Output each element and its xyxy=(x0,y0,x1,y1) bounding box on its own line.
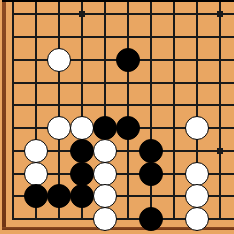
grid-hline xyxy=(12,82,234,84)
black-stone xyxy=(139,162,163,186)
grid-vline xyxy=(150,2,152,221)
star-point xyxy=(217,148,223,154)
white-stone xyxy=(24,139,48,163)
board-left-edge-stripe xyxy=(2,2,6,230)
grid-vline xyxy=(173,2,175,221)
grid-hline xyxy=(12,104,234,106)
black-stone xyxy=(139,139,163,163)
grid-hline xyxy=(12,13,234,15)
grid-vline xyxy=(219,2,221,221)
black-stone xyxy=(70,139,94,163)
black-stone xyxy=(116,48,140,72)
white-stone xyxy=(185,162,209,186)
white-stone xyxy=(47,48,71,72)
white-stone xyxy=(185,116,209,140)
black-stone xyxy=(24,184,48,208)
white-stone xyxy=(93,162,117,186)
white-stone xyxy=(70,116,94,140)
white-stone xyxy=(93,184,117,208)
grid-hline xyxy=(12,36,234,38)
go-board xyxy=(0,0,234,234)
white-stone xyxy=(93,139,117,163)
board-top-frame-line xyxy=(2,0,234,2)
grid-vline xyxy=(12,2,14,221)
black-stone xyxy=(116,116,140,140)
black-stone xyxy=(47,184,71,208)
star-point xyxy=(217,11,223,17)
white-stone xyxy=(24,162,48,186)
star-point xyxy=(79,11,85,17)
black-stone xyxy=(70,184,94,208)
white-stone xyxy=(47,116,71,140)
black-stone xyxy=(70,162,94,186)
black-stone xyxy=(139,207,163,231)
white-stone xyxy=(185,184,209,208)
black-stone xyxy=(93,116,117,140)
grid-vline xyxy=(127,2,129,221)
white-stone xyxy=(93,207,117,231)
